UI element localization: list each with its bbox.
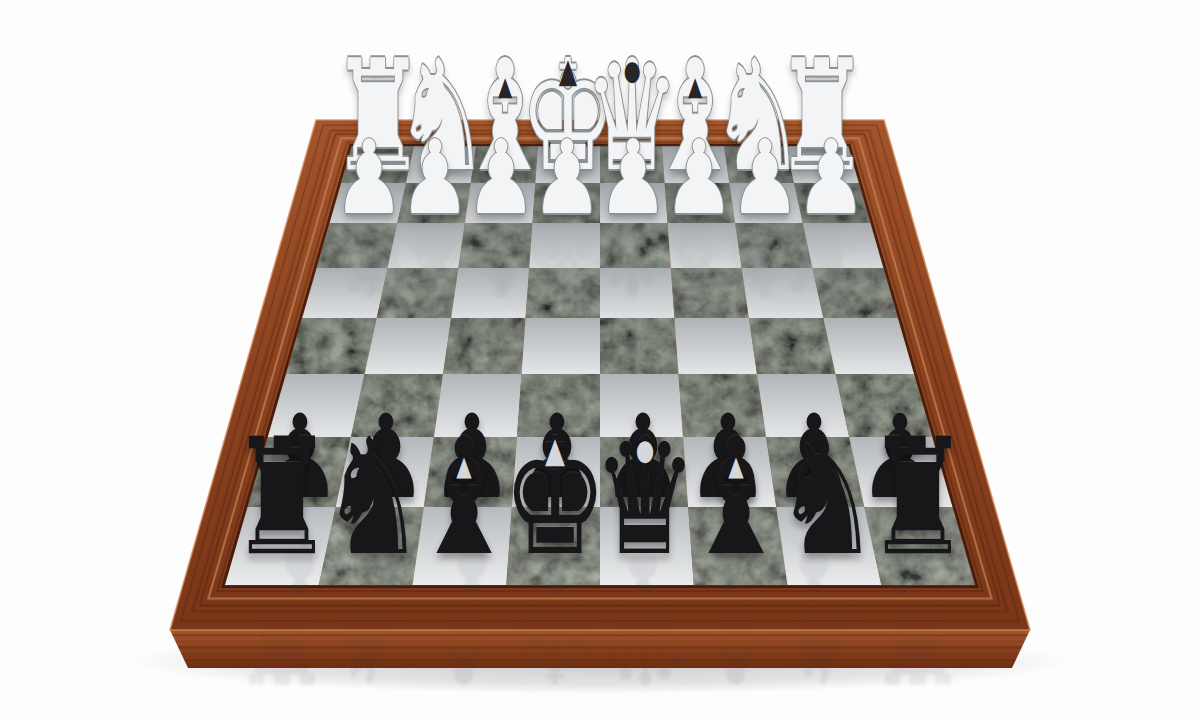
piece-glyph-pawn: ♟ — [792, 127, 872, 229]
piece-finial-accent: ▲ — [688, 72, 702, 98]
chessboard-scene: ♜♜♞♞♝♝▲♚♚▲♛♛●♝♝▲♞♞♜♜♟♟♟♟♟♟♟♟♟♟♟♟♟♟♟♟♟♟♟♟… — [0, 0, 1200, 720]
square-e5[interactable] — [522, 318, 600, 374]
piece-finial-accent: ▲ — [498, 72, 512, 98]
piece-finial-accent: ▲ — [559, 54, 577, 88]
piece-finial-accent: ● — [636, 436, 655, 465]
piece-finial-accent: ▲ — [545, 433, 565, 468]
square-f5[interactable] — [443, 318, 526, 374]
square-c5[interactable] — [674, 318, 757, 374]
piece-finial-accent: ▲ — [729, 452, 744, 479]
square-g5[interactable] — [365, 318, 452, 374]
piece-finial-accent: ▲ — [456, 452, 471, 479]
piece-glyph-rook: ♜ — [859, 417, 977, 578]
square-b5[interactable] — [749, 318, 836, 374]
piece-finial-accent: ● — [623, 57, 640, 85]
square-d5[interactable] — [600, 318, 678, 374]
